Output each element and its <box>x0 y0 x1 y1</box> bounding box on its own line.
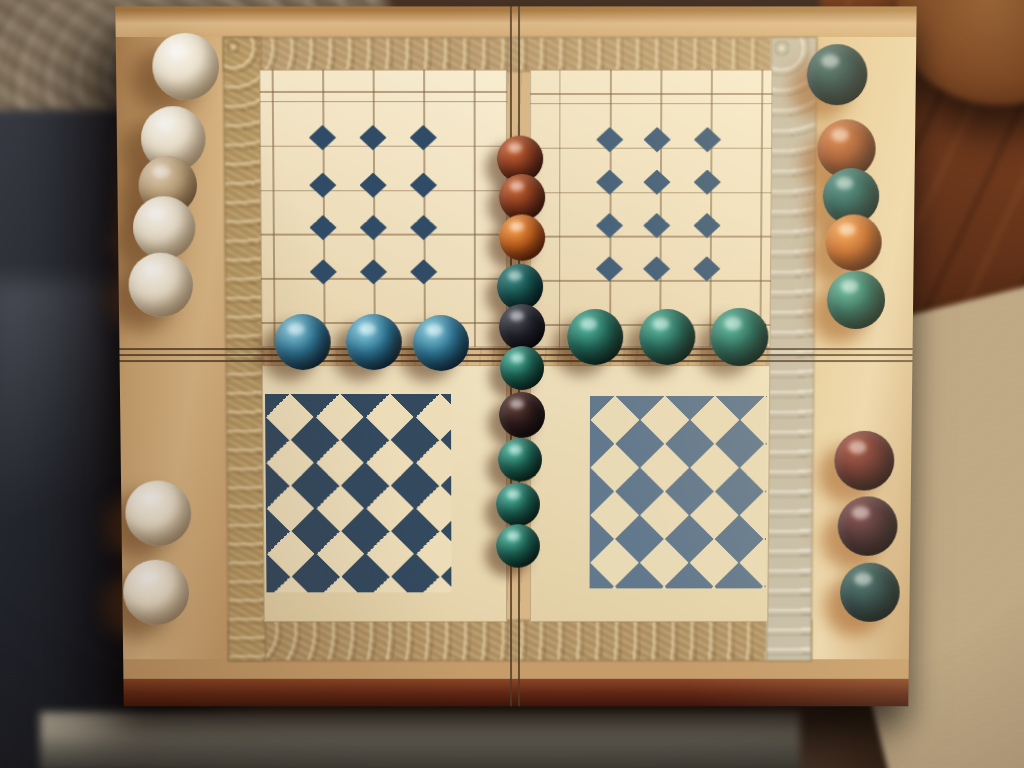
marble-right-rail-4[interactable] <box>825 214 882 270</box>
marble-column-5[interactable] <box>499 304 545 350</box>
marble-column-8[interactable] <box>498 438 542 482</box>
scene <box>0 0 1024 768</box>
marble-left-rail-7[interactable] <box>123 560 189 625</box>
marble-row-west-1[interactable] <box>274 314 330 370</box>
marble-row-east-3[interactable] <box>710 308 768 366</box>
marble-left-rail-6[interactable] <box>125 481 191 546</box>
marble-right-rail-1[interactable] <box>807 44 868 105</box>
marble-row-east-2[interactable] <box>639 309 695 365</box>
marble-left-rail-4[interactable] <box>133 196 196 258</box>
marble-column-10[interactable] <box>496 524 540 567</box>
marble-right-rail-8[interactable] <box>840 563 900 622</box>
marble-left-rail-1[interactable] <box>152 33 219 100</box>
marble-row-east-1[interactable] <box>567 309 623 365</box>
game-board <box>115 6 916 706</box>
marble-column-6[interactable] <box>500 346 544 390</box>
marbles-layer <box>115 6 916 706</box>
marble-row-west-2[interactable] <box>346 314 402 370</box>
marble-right-rail-5[interactable] <box>827 271 886 329</box>
marble-column-3[interactable] <box>499 214 545 260</box>
marble-left-rail-5[interactable] <box>128 253 193 317</box>
gray-cloth <box>40 712 800 768</box>
marble-right-rail-6[interactable] <box>834 431 895 491</box>
marble-column-7[interactable] <box>499 392 545 438</box>
marble-right-rail-7[interactable] <box>837 496 897 555</box>
marble-row-west-3[interactable] <box>413 315 469 371</box>
marble-column-9[interactable] <box>496 483 540 527</box>
